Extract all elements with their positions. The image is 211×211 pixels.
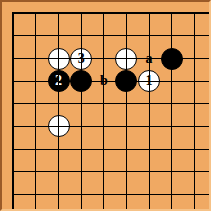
grid-line-vertical <box>126 12 127 209</box>
grid-line-horizontal <box>12 171 209 172</box>
go-diagram-frame: 321ab <box>0 0 211 211</box>
grid-line-horizontal <box>12 58 209 59</box>
grid-line-horizontal <box>12 35 209 36</box>
grid-line-horizontal <box>12 12 209 14</box>
grid-line-horizontal <box>12 81 209 82</box>
grid-line-vertical <box>103 12 104 209</box>
grid-line-horizontal <box>12 194 209 195</box>
grid-line-horizontal <box>12 103 209 104</box>
grid-line-vertical <box>58 12 59 209</box>
grid-line-vertical <box>171 12 172 209</box>
grid-line-vertical <box>194 12 195 209</box>
grid-line-horizontal <box>12 126 209 127</box>
grid-line-vertical <box>12 12 14 209</box>
go-board: 321ab <box>2 2 209 209</box>
grid-line-vertical <box>149 12 150 209</box>
grid-line-horizontal <box>12 149 209 150</box>
grid-line-vertical <box>35 12 36 209</box>
grid-line-vertical <box>81 12 82 209</box>
